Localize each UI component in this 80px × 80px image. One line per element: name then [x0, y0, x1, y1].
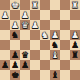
square-b4[interactable] — [10, 40, 20, 50]
square-e7[interactable] — [40, 10, 50, 20]
square-b1[interactable]: ♚ — [10, 70, 20, 80]
square-d4[interactable] — [30, 40, 40, 50]
square-d3[interactable] — [30, 50, 40, 60]
square-e6[interactable] — [40, 20, 50, 30]
square-e5[interactable]: ♞ — [40, 30, 50, 40]
square-f4[interactable]: ♞ — [50, 40, 60, 50]
square-g2[interactable] — [60, 60, 70, 70]
square-c8[interactable] — [20, 0, 30, 10]
square-d5[interactable] — [30, 30, 40, 40]
piece-white-pawn: ♟ — [1, 10, 9, 20]
square-c6[interactable]: ♛ — [20, 20, 30, 30]
square-a4[interactable] — [0, 40, 10, 50]
piece-black-pawn: ♟ — [11, 60, 19, 70]
square-h4[interactable]: ♟ — [70, 40, 80, 50]
square-e2[interactable] — [40, 60, 50, 70]
square-h5[interactable]: ♟ — [70, 30, 80, 40]
piece-white-queen: ♛ — [21, 20, 29, 30]
square-b2[interactable]: ♟ — [10, 60, 20, 70]
square-a7[interactable]: ♟ — [0, 10, 10, 20]
square-b8[interactable]: ♚ — [10, 0, 20, 10]
piece-black-pawn: ♟ — [71, 40, 79, 50]
square-a3[interactable] — [0, 50, 10, 60]
piece-black-rook: ♜ — [71, 50, 79, 60]
piece-white-pawn: ♟ — [21, 10, 29, 20]
square-e8[interactable] — [40, 0, 50, 10]
square-f1[interactable]: ♝ — [50, 70, 60, 80]
square-h2[interactable] — [70, 60, 80, 70]
square-a5[interactable] — [0, 30, 10, 40]
square-c3[interactable]: ♛ — [20, 50, 30, 60]
piece-white-bishop: ♝ — [51, 50, 59, 60]
square-f8[interactable] — [50, 0, 60, 10]
square-e4[interactable] — [40, 40, 50, 50]
square-h6[interactable] — [70, 20, 80, 30]
square-c1[interactable] — [20, 70, 30, 80]
square-g4[interactable] — [60, 40, 70, 50]
square-g3[interactable] — [60, 50, 70, 60]
square-c4[interactable] — [20, 40, 30, 50]
piece-white-rook: ♜ — [71, 0, 79, 10]
piece-black-pawn: ♟ — [11, 50, 19, 60]
square-b3[interactable]: ♟ — [10, 50, 20, 60]
square-b5[interactable]: ♞ — [10, 30, 20, 40]
piece-black-knight: ♞ — [11, 30, 19, 40]
square-d6[interactable]: ♟ — [30, 20, 40, 30]
square-g7[interactable] — [60, 10, 70, 20]
piece-white-pawn: ♟ — [31, 20, 39, 30]
square-h1[interactable] — [70, 70, 80, 80]
square-h7[interactable] — [70, 10, 80, 20]
piece-white-king: ♚ — [11, 0, 19, 10]
piece-black-bishop: ♝ — [51, 70, 59, 80]
square-e3[interactable] — [40, 50, 50, 60]
square-c5[interactable] — [20, 30, 30, 40]
square-d1[interactable] — [30, 70, 40, 80]
square-g8[interactable] — [60, 0, 70, 10]
piece-white-rook: ♜ — [31, 0, 39, 10]
square-a8[interactable] — [0, 0, 10, 10]
piece-black-pawn: ♟ — [21, 60, 29, 70]
square-h3[interactable]: ♜ — [70, 50, 80, 60]
square-e1[interactable] — [40, 70, 50, 80]
square-g6[interactable] — [60, 20, 70, 30]
square-a2[interactable]: ♟ — [0, 60, 10, 70]
chess-board: ♚♜♜♟♟♟♛♟♞♞♟♟♞♟♟♛♝♜♟♟♟♚♝ — [0, 0, 80, 80]
piece-white-knight: ♞ — [41, 30, 49, 40]
square-b7[interactable] — [10, 10, 20, 20]
square-g1[interactable] — [60, 70, 70, 80]
piece-white-pawn: ♟ — [71, 30, 79, 40]
piece-black-queen: ♛ — [21, 50, 29, 60]
square-a1[interactable] — [0, 70, 10, 80]
square-d2[interactable] — [30, 60, 40, 70]
piece-black-pawn: ♟ — [1, 60, 9, 70]
square-a6[interactable] — [0, 20, 10, 30]
square-h8[interactable]: ♜ — [70, 0, 80, 10]
piece-black-knight: ♞ — [51, 40, 59, 50]
square-g5[interactable] — [60, 30, 70, 40]
piece-black-king: ♚ — [11, 70, 19, 80]
square-d7[interactable] — [30, 10, 40, 20]
square-f6[interactable] — [50, 20, 60, 30]
square-b6[interactable]: ♟ — [10, 20, 20, 30]
piece-white-pawn: ♟ — [11, 20, 19, 30]
square-f5[interactable]: ♟ — [50, 30, 60, 40]
square-c2[interactable]: ♟ — [20, 60, 30, 70]
square-f3[interactable]: ♝ — [50, 50, 60, 60]
square-c7[interactable]: ♟ — [20, 10, 30, 20]
piece-white-pawn: ♟ — [51, 30, 59, 40]
square-f7[interactable] — [50, 10, 60, 20]
square-f2[interactable] — [50, 60, 60, 70]
square-d8[interactable]: ♜ — [30, 0, 40, 10]
